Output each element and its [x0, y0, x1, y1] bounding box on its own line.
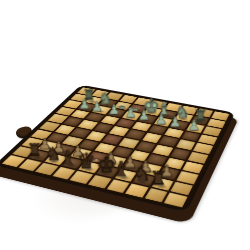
board-rim-tile — [207, 119, 225, 129]
square: ♟ — [186, 123, 205, 133]
piece-shadow — [94, 109, 106, 114]
brown-rook: ♜ — [27, 142, 42, 159]
square: ♟ — [170, 120, 189, 130]
piece-shadow — [56, 149, 70, 155]
piece-shadow — [140, 118, 152, 123]
square: ♜ — [191, 116, 209, 125]
board-rim-tile — [164, 193, 187, 208]
piece-shadow — [31, 154, 45, 160]
board-rim-tile — [2, 155, 25, 167]
board-rim-tile — [18, 159, 41, 171]
square — [148, 125, 167, 135]
square — [164, 157, 185, 169]
board-rim-tile — [193, 143, 213, 154]
piece-shadow — [124, 164, 138, 171]
piece-shadow — [177, 116, 189, 121]
piece-shadow — [72, 152, 86, 158]
piece-shadow — [189, 127, 201, 132]
piece-shadow — [40, 145, 54, 151]
board-rim-tile — [212, 111, 230, 120]
chess-set-product-photo: ♜♞♝♛♚♝♞♜♟♟♟♟♟♟♟♟♟♟♟♟♟♟♟♟♜♞♝♛♚♝♞♜ — [0, 0, 250, 250]
board-rim-tile — [88, 175, 111, 188]
piece-shadow — [47, 158, 61, 165]
square: ♟ — [140, 163, 162, 176]
square: ♞ — [133, 173, 156, 186]
square — [159, 136, 179, 147]
square — [78, 120, 98, 130]
square — [102, 134, 123, 145]
